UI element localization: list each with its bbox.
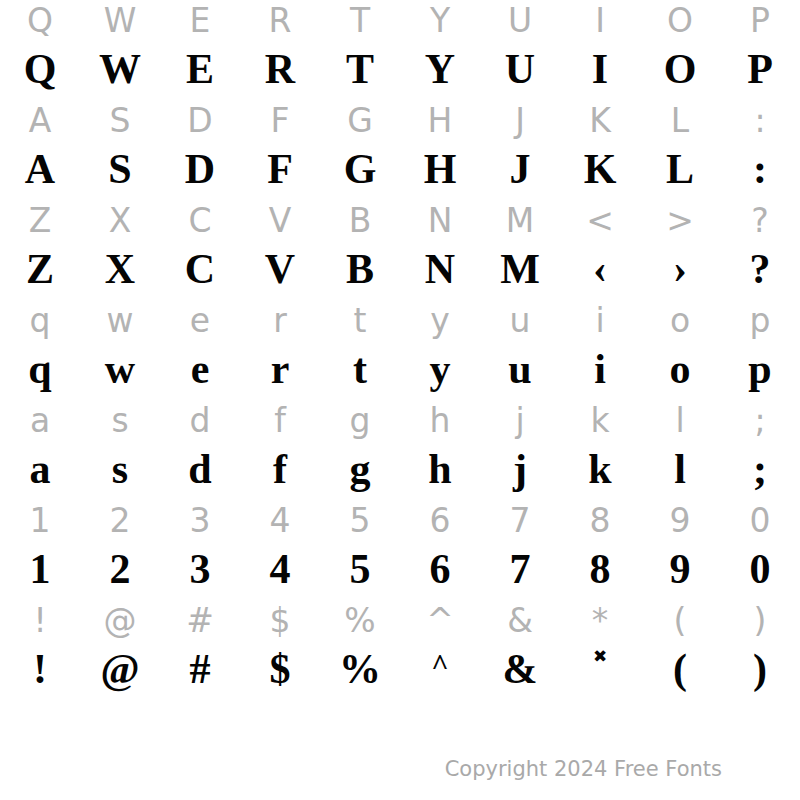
glyph-grid: QWERTYUIOPQWERTYUIOPASDFGHJKL:ASDFGHJKL:…	[0, 0, 800, 700]
glyph-cell: q	[0, 296, 80, 346]
glyph-cell: !	[0, 596, 80, 646]
glyph-cell: ;	[720, 396, 800, 446]
glyph-cell: ^	[400, 596, 480, 646]
glyph-cell: V	[240, 244, 320, 294]
glyph-cell: 3	[160, 496, 240, 546]
glyph-cell: 4	[240, 496, 320, 546]
glyph-row-specimen-10: asdfghjkl;	[0, 450, 800, 500]
glyph-cell: 2	[80, 496, 160, 546]
glyph-cell: G	[320, 144, 400, 194]
glyph-cell: H	[400, 96, 480, 146]
glyph-cell: )	[720, 596, 800, 646]
glyph-cell: p	[720, 296, 800, 346]
glyph-cell: H	[400, 144, 480, 194]
glyph-cell: W	[80, 0, 160, 46]
glyph-cell: V	[240, 196, 320, 246]
glyph-cell: >	[640, 196, 720, 246]
glyph-cell: 9	[640, 496, 720, 546]
glyph-cell: C	[160, 244, 240, 294]
glyph-cell: ?	[720, 196, 800, 246]
glyph-cell: o	[640, 296, 720, 346]
glyph-cell: y	[400, 296, 480, 346]
glyph-cell: @	[80, 596, 160, 646]
glyph-cell: t	[320, 344, 400, 394]
glyph-cell: #	[160, 596, 240, 646]
glyph-cell: T	[320, 44, 400, 94]
glyph-cell: j	[480, 444, 560, 494]
glyph-cell: k	[560, 396, 640, 446]
glyph-cell: j	[480, 396, 560, 446]
glyph-cell: J	[480, 144, 560, 194]
glyph-cell: G	[320, 96, 400, 146]
glyph-cell: (	[640, 644, 720, 694]
glyph-cell: r	[240, 296, 320, 346]
glyph-cell: I	[560, 0, 640, 46]
glyph-cell: o	[640, 344, 720, 394]
glyph-cell: ;	[720, 444, 800, 494]
glyph-cell: ✖	[560, 631, 640, 681]
glyph-cell: e	[160, 344, 240, 394]
glyph-cell: 0	[720, 496, 800, 546]
glyph-cell: ^	[400, 640, 480, 690]
glyph-cell: 1	[0, 544, 80, 594]
glyph-cell: q	[0, 344, 80, 394]
glyph-cell: F	[240, 96, 320, 146]
glyph-cell: s	[80, 396, 160, 446]
glyph-cell: 5	[320, 496, 400, 546]
glyph-cell: C	[160, 196, 240, 246]
glyph-cell: 3	[160, 544, 240, 594]
glyph-cell: %	[320, 644, 400, 694]
glyph-cell: 8	[560, 496, 640, 546]
glyph-cell: B	[320, 196, 400, 246]
glyph-cell: s	[80, 444, 160, 494]
glyph-cell: 8	[560, 544, 640, 594]
glyph-cell: D	[160, 96, 240, 146]
glyph-cell: F	[240, 144, 320, 194]
glyph-row-reference-7: qwertyuiop	[0, 300, 800, 350]
glyph-cell: i	[560, 344, 640, 394]
glyph-cell: y	[400, 344, 480, 394]
glyph-cell: M	[480, 196, 560, 246]
glyph-row-reference-11: 1234567890	[0, 500, 800, 550]
glyph-cell: :	[720, 96, 800, 146]
glyph-cell: g	[320, 396, 400, 446]
glyph-cell: ‹	[560, 244, 640, 294]
glyph-cell: U	[480, 44, 560, 94]
glyph-cell: Y	[400, 0, 480, 46]
glyph-cell: S	[80, 144, 160, 194]
glyph-cell: 7	[480, 544, 560, 594]
glyph-cell: d	[160, 444, 240, 494]
glyph-cell: E	[160, 44, 240, 94]
glyph-row-specimen-6: ZXCVBNM‹›?	[0, 250, 800, 300]
glyph-cell: B	[320, 244, 400, 294]
glyph-cell: g	[320, 444, 400, 494]
glyph-cell: O	[640, 44, 720, 94]
glyph-cell: 6	[400, 544, 480, 594]
glyph-cell: Y	[400, 44, 480, 94]
glyph-cell: ›	[640, 244, 720, 294]
glyph-cell: &	[480, 596, 560, 646]
glyph-cell: 5	[320, 544, 400, 594]
glyph-cell: f	[240, 396, 320, 446]
glyph-cell: k	[560, 444, 640, 494]
glyph-cell: #	[160, 644, 240, 694]
glyph-cell: P	[720, 44, 800, 94]
glyph-cell: $	[240, 644, 320, 694]
glyph-cell: f	[240, 444, 320, 494]
glyph-cell: I	[560, 44, 640, 94]
glyph-cell: e	[160, 296, 240, 346]
glyph-cell: ?	[720, 244, 800, 294]
glyph-cell: K	[560, 96, 640, 146]
glyph-cell: K	[560, 144, 640, 194]
glyph-cell: R	[240, 44, 320, 94]
glyph-cell: A	[0, 96, 80, 146]
glyph-cell: O	[640, 0, 720, 46]
glyph-cell: <	[560, 196, 640, 246]
glyph-cell: t	[320, 296, 400, 346]
glyph-row-specimen-4: ASDFGHJKL:	[0, 150, 800, 200]
glyph-cell: L	[640, 96, 720, 146]
copyright-text: Copyright 2024 Free Fonts	[445, 757, 722, 781]
glyph-row-reference-3: ASDFGHJKL:	[0, 100, 800, 150]
glyph-cell: A	[0, 144, 80, 194]
glyph-cell: Q	[0, 0, 80, 46]
glyph-cell: w	[80, 344, 160, 394]
glyph-cell: R	[240, 0, 320, 46]
glyph-row-specimen-8: qwertyuiop	[0, 350, 800, 400]
glyph-cell: E	[160, 0, 240, 46]
glyph-cell: i	[560, 296, 640, 346]
glyph-cell: !	[0, 644, 80, 694]
glyph-cell: Z	[0, 244, 80, 294]
glyph-cell: N	[400, 244, 480, 294]
glyph-cell: 0	[720, 544, 800, 594]
glyph-cell: (	[640, 596, 720, 646]
glyph-row-reference-1: QWERTYUIOP	[0, 0, 800, 50]
glyph-cell: N	[400, 196, 480, 246]
glyph-cell: h	[400, 444, 480, 494]
glyph-cell: &	[480, 644, 560, 694]
glyph-cell: W	[80, 44, 160, 94]
glyph-cell: p	[720, 344, 800, 394]
glyph-row-reference-5: ZXCVBNM<>?	[0, 200, 800, 250]
glyph-row-specimen-2: QWERTYUIOP	[0, 50, 800, 100]
glyph-cell: )	[720, 644, 800, 694]
glyph-cell: 6	[400, 496, 480, 546]
glyph-cell: l	[640, 444, 720, 494]
glyph-cell: u	[480, 344, 560, 394]
glyph-cell: Q	[0, 44, 80, 94]
glyph-cell: X	[80, 196, 160, 246]
glyph-cell: P	[720, 0, 800, 46]
glyph-cell: D	[160, 144, 240, 194]
glyph-cell: :	[720, 144, 800, 194]
glyph-cell: a	[0, 396, 80, 446]
glyph-cell: 2	[80, 544, 160, 594]
glyph-row-reference-9: asdfghjkl;	[0, 400, 800, 450]
glyph-row-specimen-14: !@#$%^&✖()	[0, 650, 800, 700]
glyph-cell: 4	[240, 544, 320, 594]
font-specimen-sheet: QWERTYUIOPQWERTYUIOPASDFGHJKL:ASDFGHJKL:…	[0, 0, 800, 800]
glyph-cell: 9	[640, 544, 720, 594]
glyph-cell: @	[80, 644, 160, 694]
glyph-cell: X	[80, 244, 160, 294]
glyph-cell: h	[400, 396, 480, 446]
glyph-cell: L	[640, 144, 720, 194]
glyph-cell: a	[0, 444, 80, 494]
glyph-cell: 7	[480, 496, 560, 546]
glyph-cell: r	[240, 344, 320, 394]
glyph-cell: w	[80, 296, 160, 346]
glyph-cell: d	[160, 396, 240, 446]
glyph-cell: M	[480, 244, 560, 294]
glyph-cell: J	[480, 96, 560, 146]
glyph-cell: u	[480, 296, 560, 346]
glyph-cell: U	[480, 0, 560, 46]
glyph-cell: $	[240, 596, 320, 646]
glyph-cell: %	[320, 596, 400, 646]
glyph-row-specimen-12: 1234567890	[0, 550, 800, 600]
glyph-cell: l	[640, 396, 720, 446]
glyph-cell: 1	[0, 496, 80, 546]
glyph-cell: S	[80, 96, 160, 146]
glyph-cell: T	[320, 0, 400, 46]
glyph-cell: Z	[0, 196, 80, 246]
